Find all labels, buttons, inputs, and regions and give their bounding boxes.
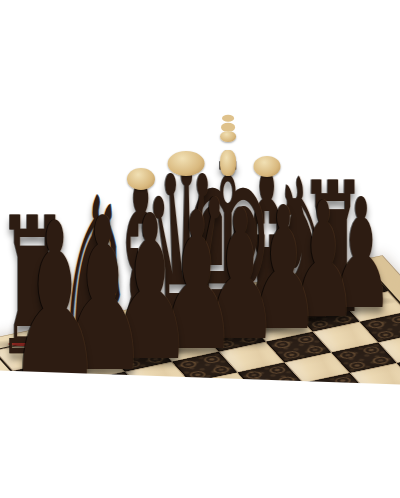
photo-crop-mask [0,370,400,498]
product-photo: ♜♞♝♛♚♝♞♜♟♟♟♟♟♟♟♟ [0,0,400,498]
chessboard-photo: ♜♞♝♛♚♝♞♜♟♟♟♟♟♟♟♟ [0,0,400,498]
